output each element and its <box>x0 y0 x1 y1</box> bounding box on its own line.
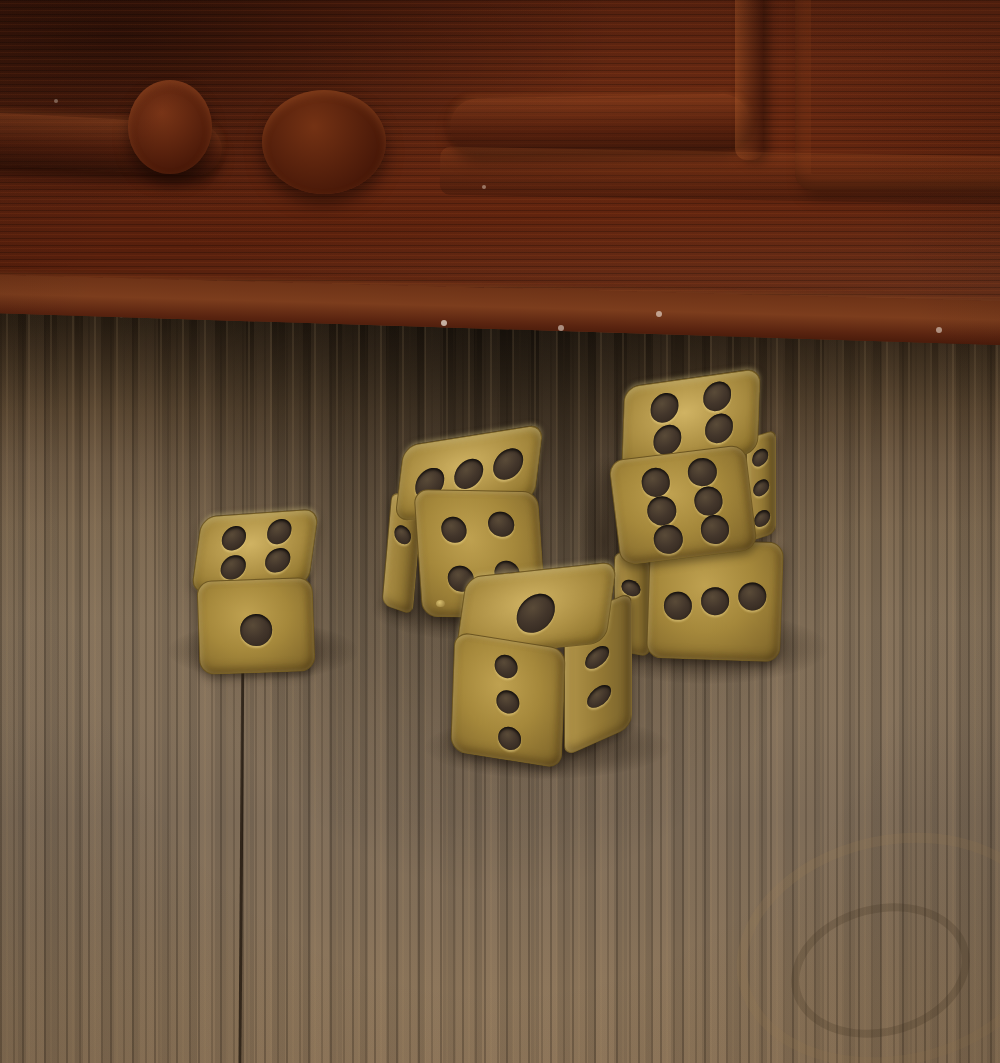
pip <box>220 525 248 551</box>
dust-speckles <box>0 0 2 2</box>
pip <box>704 412 733 445</box>
small-metal-bead <box>436 600 445 607</box>
pip <box>703 380 732 413</box>
pip <box>753 477 769 498</box>
carved-wood-panel <box>0 0 1000 352</box>
pip <box>701 587 730 616</box>
pip <box>496 689 520 716</box>
pip <box>650 391 679 424</box>
carved-oval-boss <box>262 90 386 194</box>
pip <box>646 495 678 527</box>
die-middle-lower[interactable] <box>444 560 644 765</box>
pip <box>266 518 294 544</box>
pip <box>219 554 247 580</box>
pip <box>487 511 514 537</box>
die-left[interactable] <box>188 505 328 675</box>
pip <box>652 523 684 555</box>
pip <box>693 485 725 517</box>
pip <box>587 681 611 712</box>
pip <box>640 466 672 498</box>
pip <box>738 582 767 611</box>
pip <box>393 523 411 546</box>
pip <box>264 547 292 573</box>
pip <box>663 591 692 620</box>
pip <box>494 653 518 680</box>
pip <box>514 592 557 634</box>
pip <box>453 456 486 491</box>
pip <box>240 613 273 646</box>
pip <box>699 513 731 545</box>
pip <box>585 642 609 673</box>
pip <box>498 725 522 752</box>
die-stack-top-front-face <box>608 444 758 566</box>
photo-scene <box>0 0 1000 1063</box>
die-stack-top[interactable] <box>608 374 778 566</box>
pip <box>752 447 768 468</box>
carved-vertical-ridge <box>735 0 763 160</box>
pip <box>492 446 525 481</box>
pip <box>440 517 467 543</box>
die-middle-lower-front-face <box>450 631 566 769</box>
carved-step-band <box>440 147 1000 206</box>
carved-molding-bar-middle <box>450 93 751 154</box>
die-left-front-face <box>196 577 315 675</box>
pip <box>686 456 718 488</box>
pip <box>754 508 770 529</box>
carved-knob <box>128 80 212 174</box>
